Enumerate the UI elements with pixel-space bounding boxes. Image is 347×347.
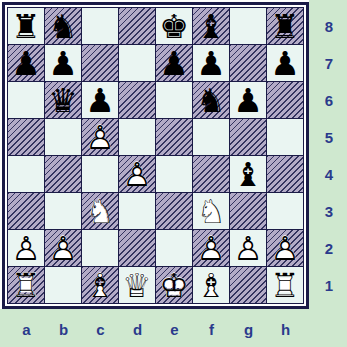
square-a5[interactable] [8, 119, 44, 155]
square-a2[interactable]: ♟♙ [8, 230, 44, 266]
square-b1[interactable] [45, 267, 81, 303]
square-g7[interactable] [230, 45, 266, 81]
square-c4[interactable] [82, 156, 118, 192]
board-grid: ♜♞♚♝♜♟♟♟♟♟♛♟♞♟♟♙♟♙♝♞♘♞♘♟♙♟♙♟♙♟♙♟♙♜♖♝♗♛♕♚… [7, 7, 304, 304]
square-c7[interactable] [82, 45, 118, 81]
square-e6[interactable] [156, 82, 192, 118]
white-knight[interactable]: ♘ [193, 193, 229, 229]
file-label-e: e [156, 312, 193, 346]
square-b4[interactable] [45, 156, 81, 192]
square-a6[interactable] [8, 82, 44, 118]
square-c8[interactable] [82, 8, 118, 44]
file-label-a: a [8, 312, 45, 346]
square-e1[interactable]: ♚♔ [156, 267, 192, 303]
file-label-f: f [193, 312, 230, 346]
white-pawn[interactable]: ♙ [267, 230, 303, 266]
square-h3[interactable] [267, 193, 303, 229]
square-f5[interactable] [193, 119, 229, 155]
square-g5[interactable] [230, 119, 266, 155]
square-h1[interactable]: ♜♖ [267, 267, 303, 303]
square-g6[interactable]: ♟ [230, 82, 266, 118]
square-a1[interactable]: ♜♖ [8, 267, 44, 303]
file-label-g: g [230, 312, 267, 346]
square-h7[interactable]: ♟ [267, 45, 303, 81]
black-pawn[interactable]: ♟ [45, 45, 81, 81]
white-queen[interactable]: ♕ [119, 267, 155, 303]
black-pawn[interactable]: ♟ [82, 82, 118, 118]
square-f1[interactable]: ♝♗ [193, 267, 229, 303]
square-g3[interactable] [230, 193, 266, 229]
square-b5[interactable] [45, 119, 81, 155]
square-h6[interactable] [267, 82, 303, 118]
square-d2[interactable] [119, 230, 155, 266]
square-f2[interactable]: ♟♙ [193, 230, 229, 266]
square-f6[interactable]: ♞ [193, 82, 229, 118]
square-f7[interactable]: ♟ [193, 45, 229, 81]
white-pawn[interactable]: ♙ [230, 230, 266, 266]
file-label-d: d [119, 312, 156, 346]
square-f4[interactable] [193, 156, 229, 192]
square-f8[interactable]: ♝ [193, 8, 229, 44]
white-pawn[interactable]: ♙ [45, 230, 81, 266]
file-label-b: b [45, 312, 82, 346]
square-c3[interactable]: ♞♘ [82, 193, 118, 229]
square-d5[interactable] [119, 119, 155, 155]
square-e7[interactable]: ♟ [156, 45, 192, 81]
black-bishop[interactable]: ♝ [230, 156, 266, 192]
black-knight[interactable]: ♞ [193, 82, 229, 118]
file-label-c: c [82, 312, 119, 346]
white-knight[interactable]: ♘ [82, 193, 118, 229]
square-e4[interactable] [156, 156, 192, 192]
square-h5[interactable] [267, 119, 303, 155]
square-a3[interactable] [8, 193, 44, 229]
black-knight[interactable]: ♞ [45, 8, 81, 44]
white-pawn[interactable]: ♙ [193, 230, 229, 266]
rank-label-5: 5 [312, 119, 346, 156]
black-bishop[interactable]: ♝ [193, 8, 229, 44]
square-b6[interactable]: ♛ [45, 82, 81, 118]
square-c2[interactable] [82, 230, 118, 266]
square-a7[interactable]: ♟ [8, 45, 44, 81]
square-b7[interactable]: ♟ [45, 45, 81, 81]
square-h4[interactable] [267, 156, 303, 192]
square-g2[interactable]: ♟♙ [230, 230, 266, 266]
black-pawn[interactable]: ♟ [267, 45, 303, 81]
rank-label-2: 2 [312, 230, 346, 267]
white-pawn[interactable]: ♙ [8, 230, 44, 266]
square-d7[interactable] [119, 45, 155, 81]
white-bishop[interactable]: ♗ [82, 267, 118, 303]
white-bishop[interactable]: ♗ [193, 267, 229, 303]
square-f3[interactable]: ♞♘ [193, 193, 229, 229]
black-queen[interactable]: ♛ [45, 82, 81, 118]
square-a4[interactable] [8, 156, 44, 192]
square-e8[interactable]: ♚ [156, 8, 192, 44]
black-pawn[interactable]: ♟ [193, 45, 229, 81]
white-rook[interactable]: ♖ [267, 267, 303, 303]
square-c6[interactable]: ♟ [82, 82, 118, 118]
rank-label-7: 7 [312, 45, 346, 82]
square-g4[interactable]: ♝ [230, 156, 266, 192]
square-c1[interactable]: ♝♗ [82, 267, 118, 303]
rank-label-3: 3 [312, 193, 346, 230]
square-b2[interactable]: ♟♙ [45, 230, 81, 266]
black-pawn[interactable]: ♟ [156, 45, 192, 81]
square-g8[interactable] [230, 8, 266, 44]
white-king[interactable]: ♔ [156, 267, 192, 303]
white-pawn[interactable]: ♙ [82, 119, 118, 155]
square-c5[interactable]: ♟♙ [82, 119, 118, 155]
square-h8[interactable]: ♜ [267, 8, 303, 44]
chessboard: ♜♞♚♝♜♟♟♟♟♟♛♟♞♟♟♙♟♙♝♞♘♞♘♟♙♟♙♟♙♟♙♟♙♜♖♝♗♛♕♚… [0, 0, 309, 309]
black-pawn[interactable]: ♟ [230, 82, 266, 118]
file-label-h: h [267, 312, 304, 346]
white-pawn[interactable]: ♙ [119, 156, 155, 192]
square-e5[interactable] [156, 119, 192, 155]
square-h2[interactable]: ♟♙ [267, 230, 303, 266]
square-d1[interactable]: ♛♕ [119, 267, 155, 303]
rank-label-6: 6 [312, 82, 346, 119]
black-rook[interactable]: ♜ [267, 8, 303, 44]
rank-label-1: 1 [312, 267, 346, 304]
square-b8[interactable]: ♞ [45, 8, 81, 44]
square-d4[interactable]: ♟♙ [119, 156, 155, 192]
rank-label-8: 8 [312, 8, 346, 45]
square-d8[interactable] [119, 8, 155, 44]
square-g1[interactable] [230, 267, 266, 303]
black-pawn[interactable]: ♟ [8, 45, 44, 81]
black-king[interactable]: ♚ [156, 8, 192, 44]
white-rook[interactable]: ♖ [8, 267, 44, 303]
black-rook[interactable]: ♜ [8, 8, 44, 44]
square-a8[interactable]: ♜ [8, 8, 44, 44]
board-frame: ♜♞♚♝♜♟♟♟♟♟♛♟♞♟♟♙♟♙♝♞♘♞♘♟♙♟♙♟♙♟♙♟♙♜♖♝♗♛♕♚… [2, 2, 309, 309]
square-b3[interactable] [45, 193, 81, 229]
rank-label-4: 4 [312, 156, 346, 193]
square-e3[interactable] [156, 193, 192, 229]
square-d6[interactable] [119, 82, 155, 118]
square-d3[interactable] [119, 193, 155, 229]
square-e2[interactable] [156, 230, 192, 266]
